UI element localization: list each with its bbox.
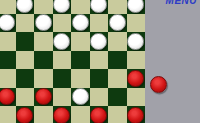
square-r5-c5[interactable] [90,88,109,107]
menu-button[interactable]: MENU [166,0,197,6]
square-r4-c6[interactable] [108,69,127,88]
square-r6-c1[interactable] [16,106,35,123]
square-r4-c4[interactable] [71,69,90,88]
square-r3-c2[interactable] [34,51,53,70]
red-checker[interactable] [35,88,52,105]
square-r4-c2[interactable] [34,69,53,88]
red-checker[interactable] [90,107,107,123]
square-r2-c6[interactable] [108,32,127,51]
square-r1-c4[interactable] [71,14,90,33]
square-r6-c3[interactable] [53,106,72,123]
white-checker[interactable] [72,88,89,105]
white-checker[interactable] [127,0,144,13]
square-r0-c6[interactable] [108,0,127,14]
white-checker[interactable] [127,33,144,50]
red-checker[interactable] [53,107,70,123]
red-checker[interactable] [127,107,144,123]
square-r4-c5[interactable] [90,69,109,88]
square-r6-c6[interactable] [108,106,127,123]
square-r6-c0[interactable] [0,106,16,123]
white-checker[interactable] [0,14,15,31]
white-checker[interactable] [90,0,107,13]
square-r0-c1[interactable] [16,0,35,14]
square-r5-c6[interactable] [108,88,127,107]
checkers-board [0,0,145,123]
square-r6-c2[interactable] [34,106,53,123]
square-r4-c7[interactable] [127,69,146,88]
square-r1-c5[interactable] [90,14,109,33]
white-checker[interactable] [90,33,107,50]
square-r5-c3[interactable] [53,88,72,107]
square-r1-c7[interactable] [127,14,146,33]
square-r3-c7[interactable] [127,51,146,70]
checkers-game-screen: MENU [0,0,200,123]
square-r1-c2[interactable] [34,14,53,33]
square-r0-c7[interactable] [127,0,146,14]
square-r6-c4[interactable] [71,106,90,123]
square-r5-c2[interactable] [34,88,53,107]
white-checker[interactable] [35,14,52,31]
square-r2-c7[interactable] [127,32,146,51]
square-r1-c1[interactable] [16,14,35,33]
square-r5-c0[interactable] [0,88,16,107]
white-checker[interactable] [53,33,70,50]
square-r0-c3[interactable] [53,0,72,14]
square-r3-c5[interactable] [90,51,109,70]
side-panel [145,0,200,123]
square-r4-c0[interactable] [0,69,16,88]
square-r6-c7[interactable] [127,106,146,123]
square-r3-c4[interactable] [71,51,90,70]
square-r2-c5[interactable] [90,32,109,51]
square-r6-c5[interactable] [90,106,109,123]
square-r3-c3[interactable] [53,51,72,70]
square-r2-c0[interactable] [0,32,16,51]
white-checker[interactable] [72,14,89,31]
captured-red-checker [150,76,167,93]
square-r0-c2[interactable] [34,0,53,14]
white-checker[interactable] [53,0,70,13]
square-r2-c4[interactable] [71,32,90,51]
red-checker[interactable] [16,107,33,123]
square-r3-c6[interactable] [108,51,127,70]
square-r3-c0[interactable] [0,51,16,70]
square-r2-c2[interactable] [34,32,53,51]
square-r5-c1[interactable] [16,88,35,107]
square-r1-c3[interactable] [53,14,72,33]
white-checker[interactable] [16,0,33,13]
square-r4-c1[interactable] [16,69,35,88]
square-r2-c3[interactable] [53,32,72,51]
square-r0-c0[interactable] [0,0,16,14]
square-r2-c1[interactable] [16,32,35,51]
square-r5-c4[interactable] [71,88,90,107]
square-r0-c5[interactable] [90,0,109,14]
square-r3-c1[interactable] [16,51,35,70]
square-r1-c0[interactable] [0,14,16,33]
red-checker[interactable] [0,88,15,105]
square-r1-c6[interactable] [108,14,127,33]
square-r0-c4[interactable] [71,0,90,14]
red-checker[interactable] [127,70,144,87]
square-r5-c7[interactable] [127,88,146,107]
square-r4-c3[interactable] [53,69,72,88]
white-checker[interactable] [109,14,126,31]
